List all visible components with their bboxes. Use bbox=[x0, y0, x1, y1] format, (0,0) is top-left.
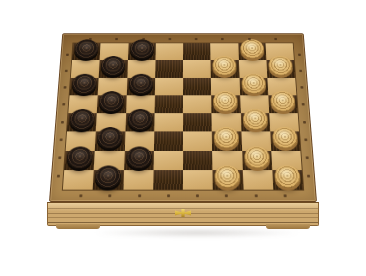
square-g1[interactable] bbox=[242, 170, 273, 190]
square-a1[interactable] bbox=[63, 170, 94, 190]
square-e7[interactable] bbox=[183, 60, 211, 77]
square-g4[interactable] bbox=[240, 113, 270, 131]
frame-mark bbox=[301, 103, 304, 106]
frame-marks-top bbox=[77, 36, 289, 41]
square-h7[interactable] bbox=[266, 60, 295, 77]
brass-clasp-icon bbox=[175, 209, 191, 217]
frame-mark bbox=[305, 157, 308, 160]
square-f1[interactable] bbox=[213, 170, 243, 190]
wood-checker[interactable] bbox=[242, 109, 268, 130]
frame-mark bbox=[302, 121, 305, 124]
frame-mark bbox=[56, 175, 59, 178]
frame-mark bbox=[168, 37, 171, 39]
black-checker[interactable] bbox=[126, 146, 152, 168]
frame-mark bbox=[64, 70, 67, 72]
black-checker[interactable] bbox=[67, 146, 94, 168]
square-d5[interactable] bbox=[154, 95, 183, 113]
square-d3[interactable] bbox=[154, 132, 183, 151]
square-h1[interactable] bbox=[272, 170, 303, 190]
frame-mark bbox=[248, 37, 251, 39]
square-g6[interactable] bbox=[239, 77, 268, 95]
frame-mark bbox=[307, 175, 310, 178]
frame-mark bbox=[221, 37, 224, 39]
frame-mark bbox=[109, 194, 112, 197]
square-d6[interactable] bbox=[155, 77, 183, 95]
frame-mark bbox=[304, 138, 307, 141]
square-b3[interactable] bbox=[95, 132, 125, 151]
frame-mark bbox=[62, 103, 65, 106]
wood-checker[interactable] bbox=[213, 56, 237, 75]
frame-mark bbox=[66, 53, 69, 55]
frame-mark bbox=[299, 70, 302, 72]
black-checker[interactable] bbox=[97, 127, 123, 148]
frame-mark bbox=[225, 194, 228, 197]
frame-mark bbox=[142, 37, 145, 39]
frame-mark bbox=[138, 194, 141, 197]
wood-checker[interactable] bbox=[214, 127, 240, 148]
square-h3[interactable] bbox=[270, 132, 300, 151]
wood-checker[interactable] bbox=[270, 91, 296, 111]
square-d7[interactable] bbox=[155, 60, 183, 77]
square-a8[interactable] bbox=[72, 43, 101, 60]
square-c1[interactable] bbox=[123, 170, 153, 190]
frame-mark bbox=[115, 37, 118, 39]
square-c2[interactable] bbox=[124, 151, 154, 170]
frame-mark bbox=[300, 86, 303, 88]
square-b1[interactable] bbox=[93, 170, 124, 190]
square-f5[interactable] bbox=[211, 95, 240, 113]
frame-mark bbox=[195, 37, 198, 39]
frame-mark bbox=[274, 37, 277, 39]
frame-mark bbox=[59, 138, 62, 141]
square-a6[interactable] bbox=[70, 77, 99, 95]
frame-mark bbox=[60, 121, 63, 124]
frame-mark bbox=[254, 194, 257, 197]
frame-mark bbox=[58, 157, 61, 160]
frame-mark bbox=[89, 37, 92, 39]
square-h5[interactable] bbox=[268, 95, 298, 113]
box-front bbox=[47, 202, 319, 226]
square-f3[interactable] bbox=[212, 132, 242, 151]
wood-checker[interactable] bbox=[244, 146, 270, 168]
square-g8[interactable] bbox=[238, 43, 266, 60]
square-e8[interactable] bbox=[183, 43, 211, 60]
black-checker[interactable] bbox=[69, 109, 95, 130]
wood-checker[interactable] bbox=[241, 73, 266, 93]
square-e3[interactable] bbox=[183, 132, 212, 151]
black-checker[interactable] bbox=[72, 73, 97, 93]
game-board bbox=[49, 33, 317, 202]
square-d1[interactable] bbox=[153, 170, 183, 190]
black-checker[interactable] bbox=[74, 39, 99, 58]
wood-checker[interactable] bbox=[268, 56, 293, 75]
frame-mark bbox=[283, 194, 286, 197]
square-a4[interactable] bbox=[67, 113, 97, 131]
black-checker[interactable] bbox=[101, 56, 126, 75]
square-c4[interactable] bbox=[125, 113, 154, 131]
board-grid bbox=[63, 43, 303, 189]
frame-mark bbox=[63, 86, 66, 88]
product-photo bbox=[0, 0, 366, 276]
square-c6[interactable] bbox=[126, 77, 155, 95]
wood-checker[interactable] bbox=[215, 165, 241, 187]
black-checker[interactable] bbox=[127, 109, 152, 130]
frame-mark bbox=[79, 194, 82, 197]
square-e5[interactable] bbox=[183, 95, 212, 113]
black-checker[interactable] bbox=[95, 165, 122, 187]
square-e1[interactable] bbox=[183, 170, 213, 190]
wood-checker[interactable] bbox=[240, 39, 265, 58]
checkers-set-scene bbox=[47, 6, 319, 240]
frame-mark bbox=[196, 194, 199, 197]
square-e6[interactable] bbox=[183, 77, 211, 95]
black-checker[interactable] bbox=[99, 91, 124, 111]
wood-checker[interactable] bbox=[272, 127, 298, 148]
wood-checker[interactable] bbox=[213, 91, 238, 111]
square-e4[interactable] bbox=[183, 113, 212, 131]
square-b7[interactable] bbox=[99, 60, 128, 77]
square-d8[interactable] bbox=[155, 43, 183, 60]
frame-mark bbox=[298, 53, 301, 55]
square-d4[interactable] bbox=[154, 113, 183, 131]
square-e2[interactable] bbox=[183, 151, 213, 170]
square-d2[interactable] bbox=[153, 151, 183, 170]
frame-marks-bottom bbox=[66, 192, 299, 198]
drop-shadow bbox=[47, 228, 347, 240]
square-b5[interactable] bbox=[97, 95, 126, 113]
square-a2[interactable] bbox=[64, 151, 95, 170]
square-g2[interactable] bbox=[242, 151, 272, 170]
black-checker[interactable] bbox=[130, 39, 154, 58]
frame-mark bbox=[167, 194, 170, 197]
wood-checker[interactable] bbox=[274, 165, 301, 187]
square-c8[interactable] bbox=[128, 43, 156, 60]
black-checker[interactable] bbox=[128, 73, 153, 93]
square-f7[interactable] bbox=[211, 60, 239, 77]
